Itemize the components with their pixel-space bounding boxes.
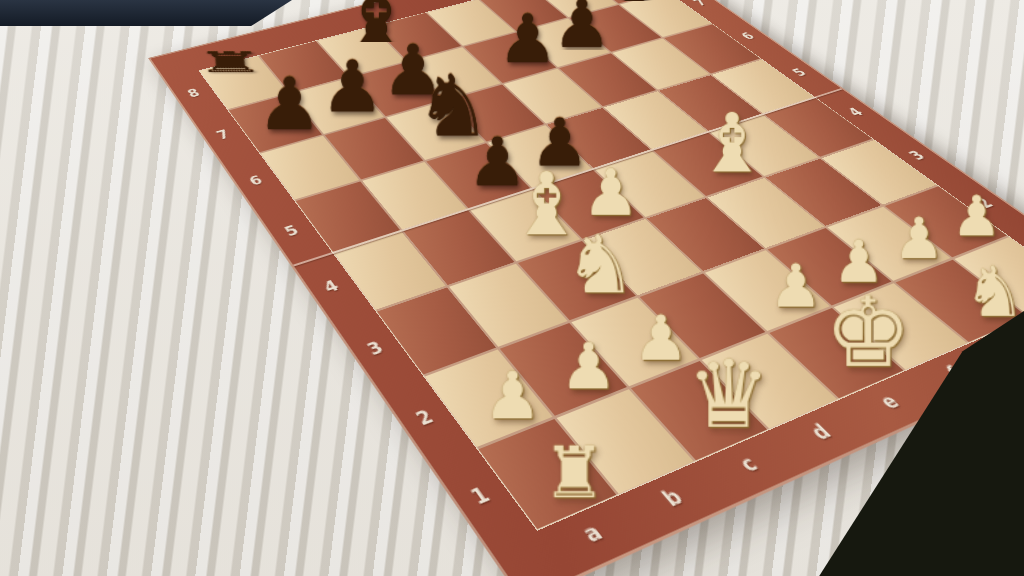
- rank-label-left-2: 2: [406, 403, 444, 432]
- black-pawn[interactable]: ♟: [257, 69, 322, 141]
- rank-label-left-4: 4: [315, 275, 348, 298]
- white-pawn[interactable]: ♟: [582, 161, 640, 225]
- rank-label-left-7: 7: [209, 126, 237, 143]
- white-pawn[interactable]: ♟: [483, 363, 542, 429]
- file-label-bottom-e: e: [869, 388, 911, 417]
- white-queen[interactable]: ♛: [687, 348, 771, 442]
- white-pawn[interactable]: ♟: [894, 210, 945, 267]
- rank-label-left-8: 8: [180, 86, 207, 102]
- white-pawn[interactable]: ♟: [952, 188, 1002, 244]
- photo-canvas: ♝♛♚♞♟♟♟♟♟♝♟♞♟♟♝♟♝♞♟♟♟♟♟♟♟♜♛♚♞ 88a77b66c5…: [0, 0, 1024, 576]
- white-pawn[interactable]: ♟: [769, 256, 823, 316]
- white-rook[interactable]: ♜: [543, 437, 607, 508]
- white-bishop[interactable]: ♝: [696, 103, 769, 184]
- black-pawn[interactable]: ♟: [498, 6, 558, 73]
- file-label-bottom-a: a: [571, 516, 615, 551]
- black-pawn[interactable]: ♟: [321, 53, 385, 124]
- black-pawn[interactable]: ♟: [553, 0, 612, 58]
- white-pawn[interactable]: ♟: [560, 334, 617, 398]
- rank-label-left-1: 1: [460, 479, 501, 512]
- rank-label-left-5: 5: [276, 220, 307, 241]
- file-label-bottom-d: d: [800, 417, 842, 447]
- white-king[interactable]: ♚: [825, 284, 912, 382]
- file-label-bottom-c: c: [727, 449, 770, 481]
- white-knight[interactable]: ♞: [565, 225, 638, 306]
- rank-label-right-5: 5: [785, 65, 815, 80]
- white-knight[interactable]: ♞: [964, 257, 1024, 326]
- rank-label-left-3: 3: [357, 335, 393, 361]
- rank-label-left-6: 6: [241, 171, 271, 190]
- white-pawn[interactable]: ♟: [633, 307, 689, 370]
- dark-desk-edge: [0, 0, 292, 26]
- file-label-bottom-b: b: [651, 481, 694, 514]
